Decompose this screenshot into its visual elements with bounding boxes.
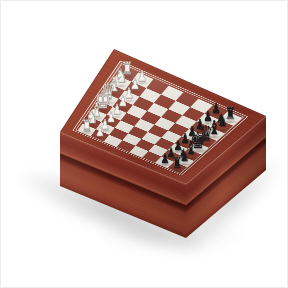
product-photo-scene: ♜♟♞♟♝♟♛♟♚♟♟♝♜♟♟♞♞♟♟♜♝♟♟♛♟♚♟♝♟♞♟♜ (0, 0, 288, 288)
